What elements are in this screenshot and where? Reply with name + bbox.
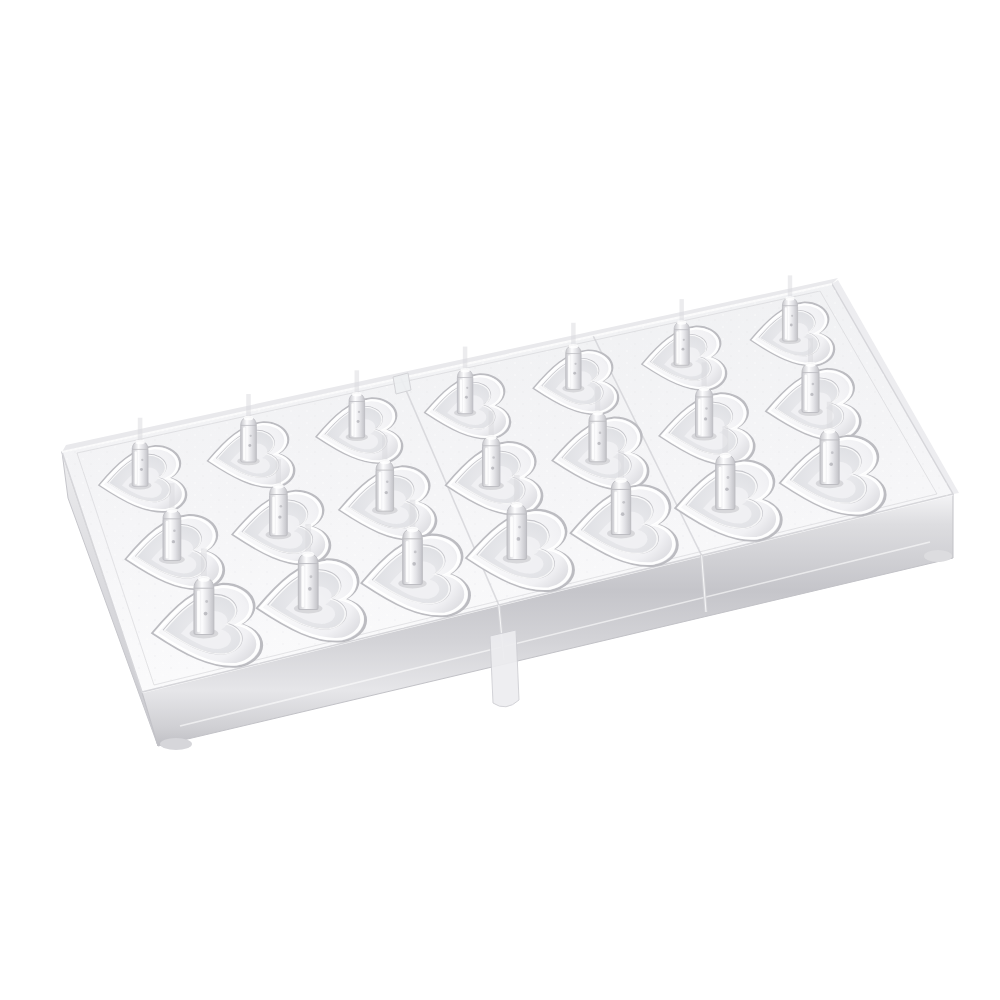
- seam-tab: [490, 630, 519, 707]
- seam-tab: [393, 373, 411, 394]
- tray-foot-left: [160, 738, 192, 750]
- photo-stage: [0, 0, 1000, 1000]
- tray-foot-right: [924, 550, 952, 562]
- mold-photo: [0, 0, 1000, 1000]
